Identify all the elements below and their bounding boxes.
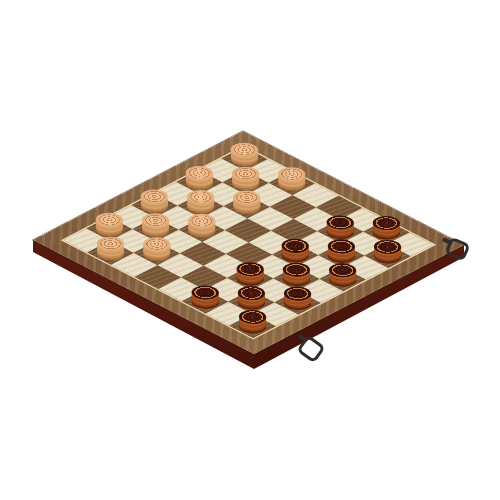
checkers-board [33,131,464,354]
latch-stem-icon [298,334,308,343]
product-photo-scene [0,0,500,500]
board-frame [33,131,464,354]
metal-latch-right [444,237,471,262]
board-grid [64,147,433,338]
board-playing-area [61,145,437,339]
metal-latch-bottom [296,334,326,363]
